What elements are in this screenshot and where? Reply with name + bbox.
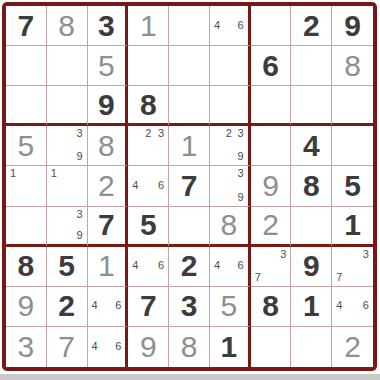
given-digit: 8	[140, 90, 157, 120]
cell-r2c4[interactable]	[128, 46, 169, 86]
pencil-mark-4: 4	[92, 341, 98, 352]
cell-r4c8[interactable]: 4	[291, 126, 332, 166]
cell-r1c8[interactable]: 2	[291, 6, 332, 46]
cell-r4c2[interactable]: 39	[47, 126, 88, 166]
solved-digit: 5	[220, 291, 237, 321]
pencil-mark-3: 3	[238, 168, 244, 179]
cell-r8c7[interactable]: 8	[251, 287, 292, 327]
cell-r1c4[interactable]: 1	[128, 6, 169, 46]
given-digit: 7	[18, 11, 35, 41]
pencil-mark-4: 4	[132, 260, 138, 271]
pencil-mark-9: 9	[76, 151, 82, 162]
given-digit: 5	[140, 210, 157, 240]
pencil-marks: 1	[47, 166, 87, 205]
cell-r3c2[interactable]	[47, 86, 88, 126]
cell-r9c2[interactable]: 7	[47, 327, 88, 367]
given-digit: 3	[98, 11, 115, 41]
solved-digit: 8	[98, 131, 115, 161]
cell-r4c1[interactable]: 5	[6, 126, 47, 166]
cell-r3c8[interactable]	[291, 86, 332, 126]
cell-r4c6[interactable]: 239	[210, 126, 251, 166]
cell-r3c6[interactable]	[210, 86, 251, 126]
solved-digit: 5	[98, 51, 115, 81]
cell-r5c8[interactable]: 8	[291, 166, 332, 206]
pencil-mark-2: 2	[226, 128, 232, 139]
cell-r3c4[interactable]: 8	[128, 86, 169, 126]
pencil-marks: 46	[128, 247, 168, 286]
cell-r3c5[interactable]	[169, 86, 210, 126]
solved-digit: 8	[220, 210, 237, 240]
cell-r9c9[interactable]: 2	[332, 327, 373, 367]
cell-r2c5[interactable]	[169, 46, 210, 86]
solved-digit: 7	[58, 332, 75, 362]
cell-r2c9[interactable]: 8	[332, 46, 373, 86]
pencil-mark-4: 4	[336, 300, 342, 311]
solved-digit: 2	[98, 171, 115, 201]
given-digit: 7	[140, 291, 157, 321]
given-digit: 9	[303, 251, 320, 281]
cell-r9c3[interactable]: 46	[88, 327, 129, 367]
given-digit: 9	[344, 11, 361, 41]
cell-r6c3[interactable]: 7	[88, 207, 129, 247]
cell-r3c1[interactable]	[6, 86, 47, 126]
pencil-mark-3: 3	[76, 128, 82, 139]
cell-r8c4[interactable]: 7	[128, 287, 169, 327]
pencil-marks: 46	[210, 6, 248, 45]
cell-r6c8[interactable]	[291, 207, 332, 247]
pencil-mark-9: 9	[238, 192, 244, 203]
pencil-marks: 23	[128, 126, 168, 165]
pencil-marks: 39	[47, 207, 87, 244]
cell-r3c7[interactable]	[251, 86, 292, 126]
cell-r6c2[interactable]: 39	[47, 207, 88, 247]
pencil-mark-4: 4	[214, 260, 220, 271]
pencil-mark-6: 6	[238, 260, 244, 271]
cell-r5c5[interactable]: 7	[169, 166, 210, 206]
cell-r4c9[interactable]	[332, 126, 373, 166]
given-digit: 4	[303, 131, 320, 161]
solved-digit: 1	[181, 131, 198, 161]
given-digit: 2	[181, 251, 198, 281]
cell-r7c6[interactable]: 46	[210, 247, 251, 287]
cell-r2c1[interactable]	[6, 46, 47, 86]
cell-r8c6[interactable]: 5	[210, 287, 251, 327]
cell-r1c7[interactable]	[251, 6, 292, 46]
cell-r8c8[interactable]: 1	[291, 287, 332, 327]
cell-r6c9[interactable]: 1	[332, 207, 373, 247]
given-digit: 2	[303, 11, 320, 41]
pencil-mark-6: 6	[115, 300, 121, 311]
pencil-mark-3: 3	[76, 209, 82, 220]
pencil-marks: 46	[128, 166, 168, 205]
pencil-mark-6: 6	[238, 20, 244, 31]
cell-r7c7[interactable]: 37	[251, 247, 292, 287]
cell-r8c1[interactable]: 9	[6, 287, 47, 327]
cell-r5c2[interactable]: 1	[47, 166, 88, 206]
pencil-mark-4: 4	[92, 300, 98, 311]
given-digit: 8	[262, 291, 279, 321]
given-digit: 7	[98, 210, 115, 240]
solved-digit: 8	[58, 11, 75, 41]
cell-r4c4[interactable]: 23	[128, 126, 169, 166]
pencil-marks: 39	[47, 126, 87, 165]
pencil-mark-6: 6	[363, 300, 369, 311]
cell-r8c2[interactable]: 2	[47, 287, 88, 327]
pencil-marks: 46	[88, 327, 126, 367]
pencil-mark-7: 7	[255, 272, 261, 283]
pencil-mark-3: 3	[280, 249, 286, 260]
cell-r6c1[interactable]	[6, 207, 47, 247]
cell-r7c3[interactable]: 1	[88, 247, 129, 287]
solved-digit: 9	[140, 332, 157, 362]
solved-digit: 9	[18, 291, 35, 321]
cell-r7c4[interactable]: 46	[128, 247, 169, 287]
solved-digit: 3	[18, 332, 35, 362]
cell-r9c7[interactable]	[251, 327, 292, 367]
cell-r1c5[interactable]	[169, 6, 210, 46]
sudoku-card: 7831462956898539823123941124673998539758…	[0, 0, 380, 374]
cell-r1c6[interactable]: 46	[210, 6, 251, 46]
cell-r7c8[interactable]: 9	[291, 247, 332, 287]
cell-r8c3[interactable]: 46	[88, 287, 129, 327]
solved-digit: 5	[18, 131, 35, 161]
cell-r6c7[interactable]: 2	[251, 207, 292, 247]
pencil-mark-2: 2	[145, 128, 151, 139]
cell-r9c6[interactable]: 1	[210, 327, 251, 367]
solved-digit: 1	[98, 251, 115, 281]
pencil-mark-6: 6	[158, 180, 164, 191]
cell-r3c3[interactable]: 9	[88, 86, 129, 126]
cell-r2c2[interactable]	[47, 46, 88, 86]
solved-digit: 8	[181, 332, 198, 362]
given-digit: 8	[18, 251, 35, 281]
cell-r9c4[interactable]: 9	[128, 327, 169, 367]
cell-r2c7[interactable]: 6	[251, 46, 292, 86]
solved-digit: 9	[262, 171, 279, 201]
given-digit: 6	[262, 51, 279, 81]
sudoku-board: 7831462956898539823123941124673998539758…	[2, 2, 377, 371]
pencil-marks: 46	[88, 287, 126, 326]
cell-r5c4[interactable]: 46	[128, 166, 169, 206]
given-digit: 5	[344, 171, 361, 201]
pencil-mark-3: 3	[238, 128, 244, 139]
pencil-marks: 39	[210, 166, 248, 205]
cell-r5c9[interactable]: 5	[332, 166, 373, 206]
cell-r4c7[interactable]	[251, 126, 292, 166]
pencil-mark-7: 7	[336, 272, 342, 283]
pencil-mark-6: 6	[115, 341, 121, 352]
pencil-mark-9: 9	[238, 151, 244, 162]
cell-r7c2[interactable]: 5	[47, 247, 88, 287]
cell-r5c6[interactable]: 39	[210, 166, 251, 206]
pencil-mark-6: 6	[158, 260, 164, 271]
pencil-marks: 37	[251, 247, 291, 286]
cell-r5c3[interactable]: 2	[88, 166, 129, 206]
cell-r5c1[interactable]: 1	[6, 166, 47, 206]
cell-r2c6[interactable]	[210, 46, 251, 86]
pencil-mark-3: 3	[158, 128, 164, 139]
cell-r1c2[interactable]: 8	[47, 6, 88, 46]
pencil-marks: 37	[332, 247, 373, 286]
cell-r1c3[interactable]: 3	[88, 6, 129, 46]
cell-r7c5[interactable]: 2	[169, 247, 210, 287]
solved-digit: 1	[140, 11, 157, 41]
solved-digit: 2	[262, 210, 279, 240]
cell-r8c5[interactable]: 3	[169, 287, 210, 327]
solved-digit: 2	[344, 332, 361, 362]
cell-r2c3[interactable]: 5	[88, 46, 129, 86]
cell-r9c1[interactable]: 3	[6, 327, 47, 367]
pencil-mark-1: 1	[10, 168, 16, 179]
given-digit: 2	[58, 291, 75, 321]
pencil-marks: 46	[332, 287, 373, 326]
cell-r8c9[interactable]: 46	[332, 287, 373, 327]
cell-r6c5[interactable]	[169, 207, 210, 247]
given-digit: 7	[181, 171, 198, 201]
pencil-marks: 1	[6, 166, 46, 205]
given-digit: 1	[220, 332, 237, 362]
cell-r5c7[interactable]: 9	[251, 166, 292, 206]
pencil-mark-3: 3	[363, 249, 369, 260]
pencil-mark-9: 9	[76, 230, 82, 241]
cell-r2c8[interactable]	[291, 46, 332, 86]
solved-digit: 8	[344, 51, 361, 81]
cell-r9c8[interactable]	[291, 327, 332, 367]
cell-r9c5[interactable]: 8	[169, 327, 210, 367]
given-digit: 5	[58, 251, 75, 281]
cell-r7c1[interactable]: 8	[6, 247, 47, 287]
pencil-mark-4: 4	[214, 20, 220, 31]
cell-r3c9[interactable]	[332, 86, 373, 126]
cell-r6c6[interactable]: 8	[210, 207, 251, 247]
cell-r1c9[interactable]: 9	[332, 6, 373, 46]
cell-r4c3[interactable]: 8	[88, 126, 129, 166]
cell-r6c4[interactable]: 5	[128, 207, 169, 247]
given-digit: 1	[344, 210, 361, 240]
cell-r4c5[interactable]: 1	[169, 126, 210, 166]
pencil-mark-1: 1	[51, 168, 57, 179]
cell-r1c1[interactable]: 7	[6, 6, 47, 46]
pencil-mark-4: 4	[132, 180, 138, 191]
cell-r7c9[interactable]: 37	[332, 247, 373, 287]
given-digit: 3	[181, 291, 198, 321]
pencil-marks: 239	[210, 126, 248, 165]
pencil-marks: 46	[210, 247, 248, 286]
given-digit: 1	[303, 291, 320, 321]
given-digit: 8	[303, 171, 320, 201]
given-digit: 9	[98, 90, 115, 120]
